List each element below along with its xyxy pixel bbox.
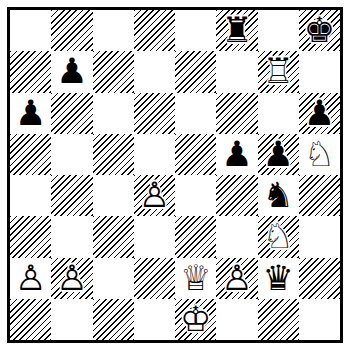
piece-outline-layer: ♙ — [216, 258, 257, 299]
square-h2[interactable] — [299, 258, 340, 299]
board-frame: ♜♜♚♚♟♟♜♖♟♟♟♟♟♟♟♟♞♘♟♙♞♞♞♘♟♙♟♙♛♕♟♙♛♛♚♔ — [7, 7, 343, 343]
square-e7[interactable] — [175, 51, 216, 92]
white-rook-icon[interactable]: ♜♖ — [258, 51, 299, 92]
square-d7[interactable] — [134, 51, 175, 92]
square-b4[interactable] — [51, 175, 92, 216]
square-f3[interactable] — [216, 216, 257, 257]
square-b8[interactable] — [51, 10, 92, 51]
square-a7[interactable] — [10, 51, 51, 92]
square-c4[interactable] — [93, 175, 134, 216]
square-e3[interactable] — [175, 216, 216, 257]
square-f2[interactable]: ♟♙ — [216, 258, 257, 299]
square-a3[interactable] — [10, 216, 51, 257]
black-pawn-icon[interactable]: ♟♟ — [258, 134, 299, 175]
black-king-icon[interactable]: ♚♚ — [299, 10, 340, 51]
square-d5[interactable] — [134, 134, 175, 175]
square-e2[interactable]: ♛♕ — [175, 258, 216, 299]
piece-outline-layer: ♙ — [134, 175, 175, 216]
square-e4[interactable] — [175, 175, 216, 216]
square-a5[interactable] — [10, 134, 51, 175]
piece-outline-layer: ♟ — [51, 51, 92, 92]
white-pawn-icon[interactable]: ♟♙ — [134, 175, 175, 216]
square-c7[interactable] — [93, 51, 134, 92]
square-d1[interactable] — [134, 299, 175, 340]
piece-outline-layer: ♙ — [10, 258, 51, 299]
black-knight-icon[interactable]: ♞♞ — [258, 175, 299, 216]
square-g1[interactable] — [258, 299, 299, 340]
white-pawn-icon[interactable]: ♟♙ — [10, 258, 51, 299]
square-f4[interactable] — [216, 175, 257, 216]
square-f8[interactable]: ♜♜ — [216, 10, 257, 51]
square-c5[interactable] — [93, 134, 134, 175]
black-pawn-icon[interactable]: ♟♟ — [299, 93, 340, 134]
square-a4[interactable] — [10, 175, 51, 216]
piece-outline-layer: ♕ — [175, 258, 216, 299]
square-h1[interactable] — [299, 299, 340, 340]
white-knight-icon[interactable]: ♞♘ — [299, 134, 340, 175]
square-d6[interactable] — [134, 93, 175, 134]
black-pawn-icon[interactable]: ♟♟ — [51, 51, 92, 92]
square-e8[interactable] — [175, 10, 216, 51]
square-g5[interactable]: ♟♟ — [258, 134, 299, 175]
white-king-icon[interactable]: ♚♔ — [175, 299, 216, 340]
square-g7[interactable]: ♜♖ — [258, 51, 299, 92]
piece-outline-layer: ♚ — [299, 10, 340, 51]
white-pawn-icon[interactable]: ♟♙ — [51, 258, 92, 299]
square-a6[interactable]: ♟♟ — [10, 93, 51, 134]
square-h3[interactable] — [299, 216, 340, 257]
square-d4[interactable]: ♟♙ — [134, 175, 175, 216]
square-f5[interactable]: ♟♟ — [216, 134, 257, 175]
square-c1[interactable] — [93, 299, 134, 340]
piece-outline-layer: ♟ — [10, 93, 51, 134]
square-e6[interactable] — [175, 93, 216, 134]
square-c8[interactable] — [93, 10, 134, 51]
piece-outline-layer: ♘ — [258, 216, 299, 257]
square-h7[interactable] — [299, 51, 340, 92]
piece-outline-layer: ♜ — [216, 10, 257, 51]
white-pawn-icon[interactable]: ♟♙ — [216, 258, 257, 299]
square-d2[interactable] — [134, 258, 175, 299]
square-g8[interactable] — [258, 10, 299, 51]
square-g2[interactable]: ♛♛ — [258, 258, 299, 299]
piece-outline-layer: ♞ — [258, 175, 299, 216]
piece-outline-layer: ♖ — [258, 51, 299, 92]
square-d8[interactable] — [134, 10, 175, 51]
square-f6[interactable] — [216, 93, 257, 134]
piece-outline-layer: ♛ — [258, 258, 299, 299]
square-f7[interactable] — [216, 51, 257, 92]
square-a1[interactable] — [10, 299, 51, 340]
black-rook-icon[interactable]: ♜♜ — [216, 10, 257, 51]
square-g3[interactable]: ♞♘ — [258, 216, 299, 257]
square-h4[interactable] — [299, 175, 340, 216]
square-c2[interactable] — [93, 258, 134, 299]
square-b6[interactable] — [51, 93, 92, 134]
square-b3[interactable] — [51, 216, 92, 257]
square-b1[interactable] — [51, 299, 92, 340]
square-c3[interactable] — [93, 216, 134, 257]
square-h8[interactable]: ♚♚ — [299, 10, 340, 51]
square-a8[interactable] — [10, 10, 51, 51]
piece-outline-layer: ♟ — [299, 93, 340, 134]
square-f1[interactable] — [216, 299, 257, 340]
chess-board: ♜♜♚♚♟♟♜♖♟♟♟♟♟♟♟♟♞♘♟♙♞♞♞♘♟♙♟♙♛♕♟♙♛♛♚♔ — [10, 10, 340, 340]
piece-outline-layer: ♘ — [299, 134, 340, 175]
piece-outline-layer: ♟ — [216, 134, 257, 175]
square-e5[interactable] — [175, 134, 216, 175]
square-d3[interactable] — [134, 216, 175, 257]
square-g6[interactable] — [258, 93, 299, 134]
piece-outline-layer: ♔ — [175, 299, 216, 340]
square-b7[interactable]: ♟♟ — [51, 51, 92, 92]
black-queen-icon[interactable]: ♛♛ — [258, 258, 299, 299]
square-c6[interactable] — [93, 93, 134, 134]
piece-outline-layer: ♟ — [258, 134, 299, 175]
square-a2[interactable]: ♟♙ — [10, 258, 51, 299]
white-knight-icon[interactable]: ♞♘ — [258, 216, 299, 257]
chess-diagram: ♜♜♚♚♟♟♜♖♟♟♟♟♟♟♟♟♞♘♟♙♞♞♞♘♟♙♟♙♛♕♟♙♛♛♚♔ — [0, 0, 350, 350]
square-e1[interactable]: ♚♔ — [175, 299, 216, 340]
square-b5[interactable] — [51, 134, 92, 175]
white-queen-icon[interactable]: ♛♕ — [175, 258, 216, 299]
piece-outline-layer: ♙ — [51, 258, 92, 299]
black-pawn-icon[interactable]: ♟♟ — [10, 93, 51, 134]
square-h5[interactable]: ♞♘ — [299, 134, 340, 175]
black-pawn-icon[interactable]: ♟♟ — [216, 134, 257, 175]
square-b2[interactable]: ♟♙ — [51, 258, 92, 299]
square-g4[interactable]: ♞♞ — [258, 175, 299, 216]
square-h6[interactable]: ♟♟ — [299, 93, 340, 134]
